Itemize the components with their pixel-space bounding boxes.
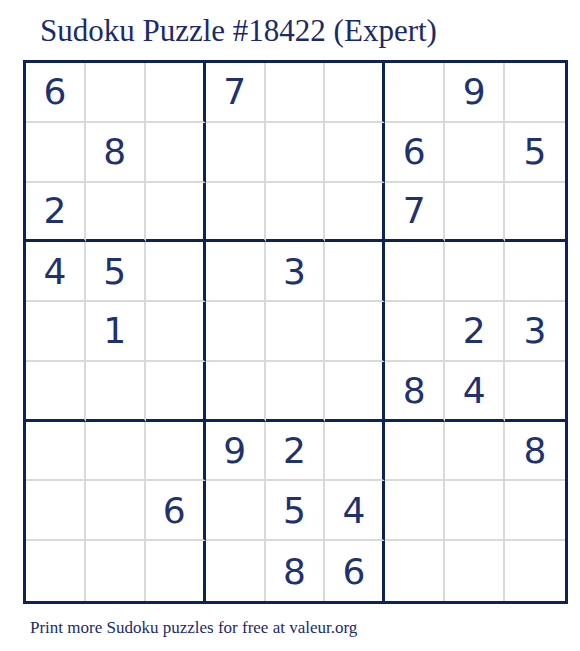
cell-r2c7: 6 bbox=[385, 123, 445, 183]
cell-r2c2: 8 bbox=[86, 123, 146, 183]
cell-r8c9 bbox=[505, 481, 565, 541]
cell-r8c3: 6 bbox=[146, 481, 206, 541]
cell-r2c6 bbox=[325, 123, 385, 183]
cell-r1c5 bbox=[266, 63, 326, 123]
cell-r1c2 bbox=[86, 63, 146, 123]
cell-r1c1: 6 bbox=[26, 63, 86, 123]
cell-r2c3 bbox=[146, 123, 206, 183]
cell-r5c3 bbox=[146, 302, 206, 362]
cell-r3c4 bbox=[206, 183, 266, 243]
cell-r7c6 bbox=[325, 422, 385, 482]
cell-r4c1: 4 bbox=[26, 242, 86, 302]
cell-r4c6 bbox=[325, 242, 385, 302]
cell-r3c2 bbox=[86, 183, 146, 243]
cell-r7c8 bbox=[445, 422, 505, 482]
cell-r6c6 bbox=[325, 362, 385, 422]
cell-r5c6 bbox=[325, 302, 385, 362]
cell-r8c2 bbox=[86, 481, 146, 541]
cell-r3c7: 7 bbox=[385, 183, 445, 243]
sudoku-grid: 679865274531238492865486 bbox=[23, 60, 568, 604]
cell-r4c4 bbox=[206, 242, 266, 302]
cell-r5c7 bbox=[385, 302, 445, 362]
cell-r3c9 bbox=[505, 183, 565, 243]
cell-r1c4: 7 bbox=[206, 63, 266, 123]
cell-r4c5: 3 bbox=[266, 242, 326, 302]
cell-r2c4 bbox=[206, 123, 266, 183]
cell-r7c3 bbox=[146, 422, 206, 482]
cell-r6c4 bbox=[206, 362, 266, 422]
cell-r6c5 bbox=[266, 362, 326, 422]
cell-r2c5 bbox=[266, 123, 326, 183]
cell-r8c8 bbox=[445, 481, 505, 541]
cell-r5c1 bbox=[26, 302, 86, 362]
cell-r6c7: 8 bbox=[385, 362, 445, 422]
cell-r9c8 bbox=[445, 541, 505, 601]
cell-r2c1 bbox=[26, 123, 86, 183]
cell-r5c9: 3 bbox=[505, 302, 565, 362]
cell-r6c1 bbox=[26, 362, 86, 422]
cell-r8c5: 5 bbox=[266, 481, 326, 541]
cell-r1c9 bbox=[505, 63, 565, 123]
cell-r6c3 bbox=[146, 362, 206, 422]
page-title: Sudoku Puzzle #18422 (Expert) bbox=[40, 13, 437, 49]
cell-r5c8: 2 bbox=[445, 302, 505, 362]
cell-r9c5: 8 bbox=[266, 541, 326, 601]
cell-r3c3 bbox=[146, 183, 206, 243]
cell-r5c2: 1 bbox=[86, 302, 146, 362]
cell-r7c4: 9 bbox=[206, 422, 266, 482]
cell-r7c1 bbox=[26, 422, 86, 482]
cell-r1c7 bbox=[385, 63, 445, 123]
cell-r9c6: 6 bbox=[325, 541, 385, 601]
cell-r2c9: 5 bbox=[505, 123, 565, 183]
cell-r7c7 bbox=[385, 422, 445, 482]
cell-r8c6: 4 bbox=[325, 481, 385, 541]
cell-r4c7 bbox=[385, 242, 445, 302]
cell-r4c8 bbox=[445, 242, 505, 302]
cell-r2c8 bbox=[445, 123, 505, 183]
cell-r7c9: 8 bbox=[505, 422, 565, 482]
cell-r7c5: 2 bbox=[266, 422, 326, 482]
cell-r1c3 bbox=[146, 63, 206, 123]
cell-r7c2 bbox=[86, 422, 146, 482]
cell-r4c2: 5 bbox=[86, 242, 146, 302]
cell-r8c1 bbox=[26, 481, 86, 541]
cell-r9c2 bbox=[86, 541, 146, 601]
footer-text: Print more Sudoku puzzles for free at va… bbox=[30, 618, 357, 638]
cell-r9c1 bbox=[26, 541, 86, 601]
cell-r8c4 bbox=[206, 481, 266, 541]
cell-r3c1: 2 bbox=[26, 183, 86, 243]
cell-r4c3 bbox=[146, 242, 206, 302]
cell-r5c4 bbox=[206, 302, 266, 362]
cell-r1c6 bbox=[325, 63, 385, 123]
cell-r3c8 bbox=[445, 183, 505, 243]
cell-r9c4 bbox=[206, 541, 266, 601]
cell-r3c6 bbox=[325, 183, 385, 243]
cell-r5c5 bbox=[266, 302, 326, 362]
cell-r4c9 bbox=[505, 242, 565, 302]
cell-r8c7 bbox=[385, 481, 445, 541]
cell-r9c9 bbox=[505, 541, 565, 601]
cell-r3c5 bbox=[266, 183, 326, 243]
cell-r6c9 bbox=[505, 362, 565, 422]
sudoku-page: { "game": "sudoku", "position": "6007000… bbox=[0, 0, 580, 651]
cell-r9c3 bbox=[146, 541, 206, 601]
cell-r6c8: 4 bbox=[445, 362, 505, 422]
cell-r9c7 bbox=[385, 541, 445, 601]
cell-r6c2 bbox=[86, 362, 146, 422]
cell-r1c8: 9 bbox=[445, 63, 505, 123]
